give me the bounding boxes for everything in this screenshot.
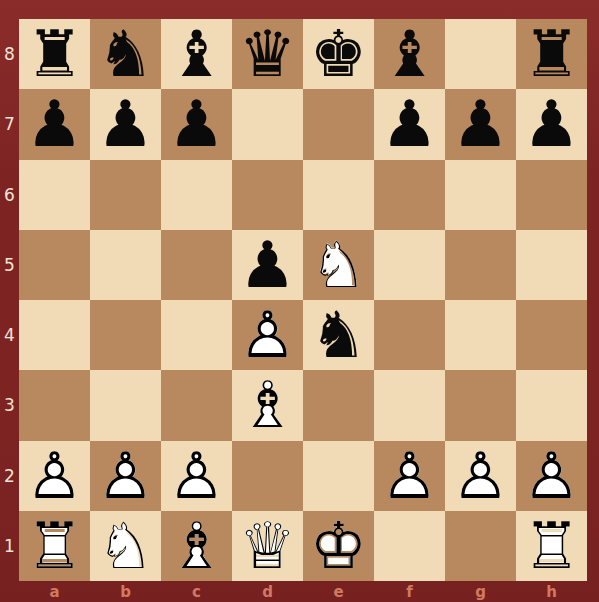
white-rook-piece[interactable]: ♜♖ [19, 511, 90, 581]
file-label-f: f [374, 581, 445, 602]
square-e5[interactable]: ♞♘ [303, 230, 374, 300]
square-e7[interactable] [303, 89, 374, 159]
rank-label-5: 5 [0, 230, 19, 300]
file-label-a: a [19, 581, 90, 602]
square-d7[interactable] [232, 89, 303, 159]
rank-label-1: 1 [0, 511, 19, 581]
rank-label-2: 2 [0, 441, 19, 511]
square-f8[interactable]: ♝ [374, 19, 445, 89]
black-pawn-piece[interactable]: ♟ [19, 89, 90, 159]
square-c4[interactable] [161, 300, 232, 370]
square-f3[interactable] [374, 370, 445, 440]
white-pawn-piece[interactable]: ♟♙ [90, 441, 161, 511]
square-h1[interactable]: ♜♖ [516, 511, 587, 581]
file-label-c: c [161, 581, 232, 602]
square-e3[interactable] [303, 370, 374, 440]
rank-label-8: 8 [0, 19, 19, 89]
square-f7[interactable]: ♟ [374, 89, 445, 159]
black-rook-piece[interactable]: ♜ [19, 19, 90, 89]
black-bishop-piece[interactable]: ♝ [161, 19, 232, 89]
white-bishop-piece[interactable]: ♝♗ [232, 370, 303, 440]
square-f2[interactable]: ♟♙ [374, 441, 445, 511]
black-queen-piece[interactable]: ♛ [232, 19, 303, 89]
black-king-piece[interactable]: ♚ [303, 19, 374, 89]
square-d3[interactable]: ♝♗ [232, 370, 303, 440]
square-g3[interactable] [445, 370, 516, 440]
square-g7[interactable]: ♟ [445, 89, 516, 159]
file-label-g: g [445, 581, 516, 602]
square-a4[interactable] [19, 300, 90, 370]
square-d2[interactable] [232, 441, 303, 511]
black-pawn-piece[interactable]: ♟ [516, 89, 587, 159]
square-b7[interactable]: ♟ [90, 89, 161, 159]
square-h7[interactable]: ♟ [516, 89, 587, 159]
square-f1[interactable] [374, 511, 445, 581]
square-d4[interactable]: ♟♙ [232, 300, 303, 370]
white-knight-piece[interactable]: ♞♘ [303, 230, 374, 300]
black-bishop-piece[interactable]: ♝ [374, 19, 445, 89]
white-pawn-piece[interactable]: ♟♙ [445, 441, 516, 511]
black-pawn-piece[interactable]: ♟ [374, 89, 445, 159]
black-pawn-piece[interactable]: ♟ [161, 89, 232, 159]
square-f4[interactable] [374, 300, 445, 370]
square-f6[interactable] [374, 160, 445, 230]
black-knight-piece[interactable]: ♞ [90, 19, 161, 89]
white-queen-piece[interactable]: ♛♕ [232, 511, 303, 581]
black-rook-piece[interactable]: ♜ [516, 19, 587, 89]
rank-label-6: 6 [0, 160, 19, 230]
square-h2[interactable]: ♟♙ [516, 441, 587, 511]
file-label-e: e [303, 581, 374, 602]
square-d6[interactable] [232, 160, 303, 230]
square-g4[interactable] [445, 300, 516, 370]
file-label-b: b [90, 581, 161, 602]
square-h8[interactable]: ♜ [516, 19, 587, 89]
black-pawn-piece[interactable]: ♟ [445, 89, 516, 159]
black-pawn-piece[interactable]: ♟ [232, 230, 303, 300]
square-c6[interactable] [161, 160, 232, 230]
square-h4[interactable] [516, 300, 587, 370]
white-pawn-piece[interactable]: ♟♙ [232, 300, 303, 370]
square-a6[interactable] [19, 160, 90, 230]
square-e8[interactable]: ♚ [303, 19, 374, 89]
chess-board: ♜♞♝♛♚♝♜♟♟♟♟♟♟♟♞♘♟♙♞♝♗♟♙♟♙♟♙♟♙♟♙♟♙♜♖♞♘♝♗♛… [19, 19, 587, 581]
square-b5[interactable] [90, 230, 161, 300]
square-c7[interactable]: ♟ [161, 89, 232, 159]
rank-label-3: 3 [0, 370, 19, 440]
square-c3[interactable] [161, 370, 232, 440]
square-b3[interactable] [90, 370, 161, 440]
black-knight-piece[interactable]: ♞ [303, 300, 374, 370]
rank-label-7: 7 [0, 89, 19, 159]
square-c8[interactable]: ♝ [161, 19, 232, 89]
file-labels: abcdefgh [19, 581, 587, 602]
file-label-h: h [516, 581, 587, 602]
rank-labels: 87654321 [0, 19, 19, 581]
square-b2[interactable]: ♟♙ [90, 441, 161, 511]
black-pawn-piece[interactable]: ♟ [90, 89, 161, 159]
square-h3[interactable] [516, 370, 587, 440]
square-g5[interactable] [445, 230, 516, 300]
chess-board-window: ♜♞♝♛♚♝♜♟♟♟♟♟♟♟♞♘♟♙♞♝♗♟♙♟♙♟♙♟♙♟♙♟♙♜♖♞♘♝♗♛… [0, 0, 599, 602]
white-pawn-piece[interactable]: ♟♙ [161, 441, 232, 511]
square-a7[interactable]: ♟ [19, 89, 90, 159]
square-f5[interactable] [374, 230, 445, 300]
square-d8[interactable]: ♛ [232, 19, 303, 89]
white-pawn-piece[interactable]: ♟♙ [374, 441, 445, 511]
rank-label-4: 4 [0, 300, 19, 370]
square-d1[interactable]: ♛♕ [232, 511, 303, 581]
square-b1[interactable]: ♞♘ [90, 511, 161, 581]
square-h5[interactable] [516, 230, 587, 300]
square-g8[interactable] [445, 19, 516, 89]
square-c1[interactable]: ♝♗ [161, 511, 232, 581]
square-a5[interactable] [19, 230, 90, 300]
square-e2[interactable] [303, 441, 374, 511]
square-c5[interactable] [161, 230, 232, 300]
square-g2[interactable]: ♟♙ [445, 441, 516, 511]
white-pawn-piece[interactable]: ♟♙ [516, 441, 587, 511]
white-bishop-piece[interactable]: ♝♗ [161, 511, 232, 581]
square-b6[interactable] [90, 160, 161, 230]
square-a8[interactable]: ♜ [19, 19, 90, 89]
white-pawn-piece[interactable]: ♟♙ [19, 441, 90, 511]
white-king-piece[interactable]: ♚♔ [303, 511, 374, 581]
square-b8[interactable]: ♞ [90, 19, 161, 89]
square-e1[interactable]: ♚♔ [303, 511, 374, 581]
white-knight-piece[interactable]: ♞♘ [90, 511, 161, 581]
file-label-d: d [232, 581, 303, 602]
square-a2[interactable]: ♟♙ [19, 441, 90, 511]
square-g6[interactable] [445, 160, 516, 230]
white-rook-piece[interactable]: ♜♖ [516, 511, 587, 581]
square-e4[interactable]: ♞ [303, 300, 374, 370]
square-e6[interactable] [303, 160, 374, 230]
square-a1[interactable]: ♜♖ [19, 511, 90, 581]
square-b4[interactable] [90, 300, 161, 370]
square-a3[interactable] [19, 370, 90, 440]
square-c2[interactable]: ♟♙ [161, 441, 232, 511]
square-g1[interactable] [445, 511, 516, 581]
square-h6[interactable] [516, 160, 587, 230]
square-d5[interactable]: ♟ [232, 230, 303, 300]
